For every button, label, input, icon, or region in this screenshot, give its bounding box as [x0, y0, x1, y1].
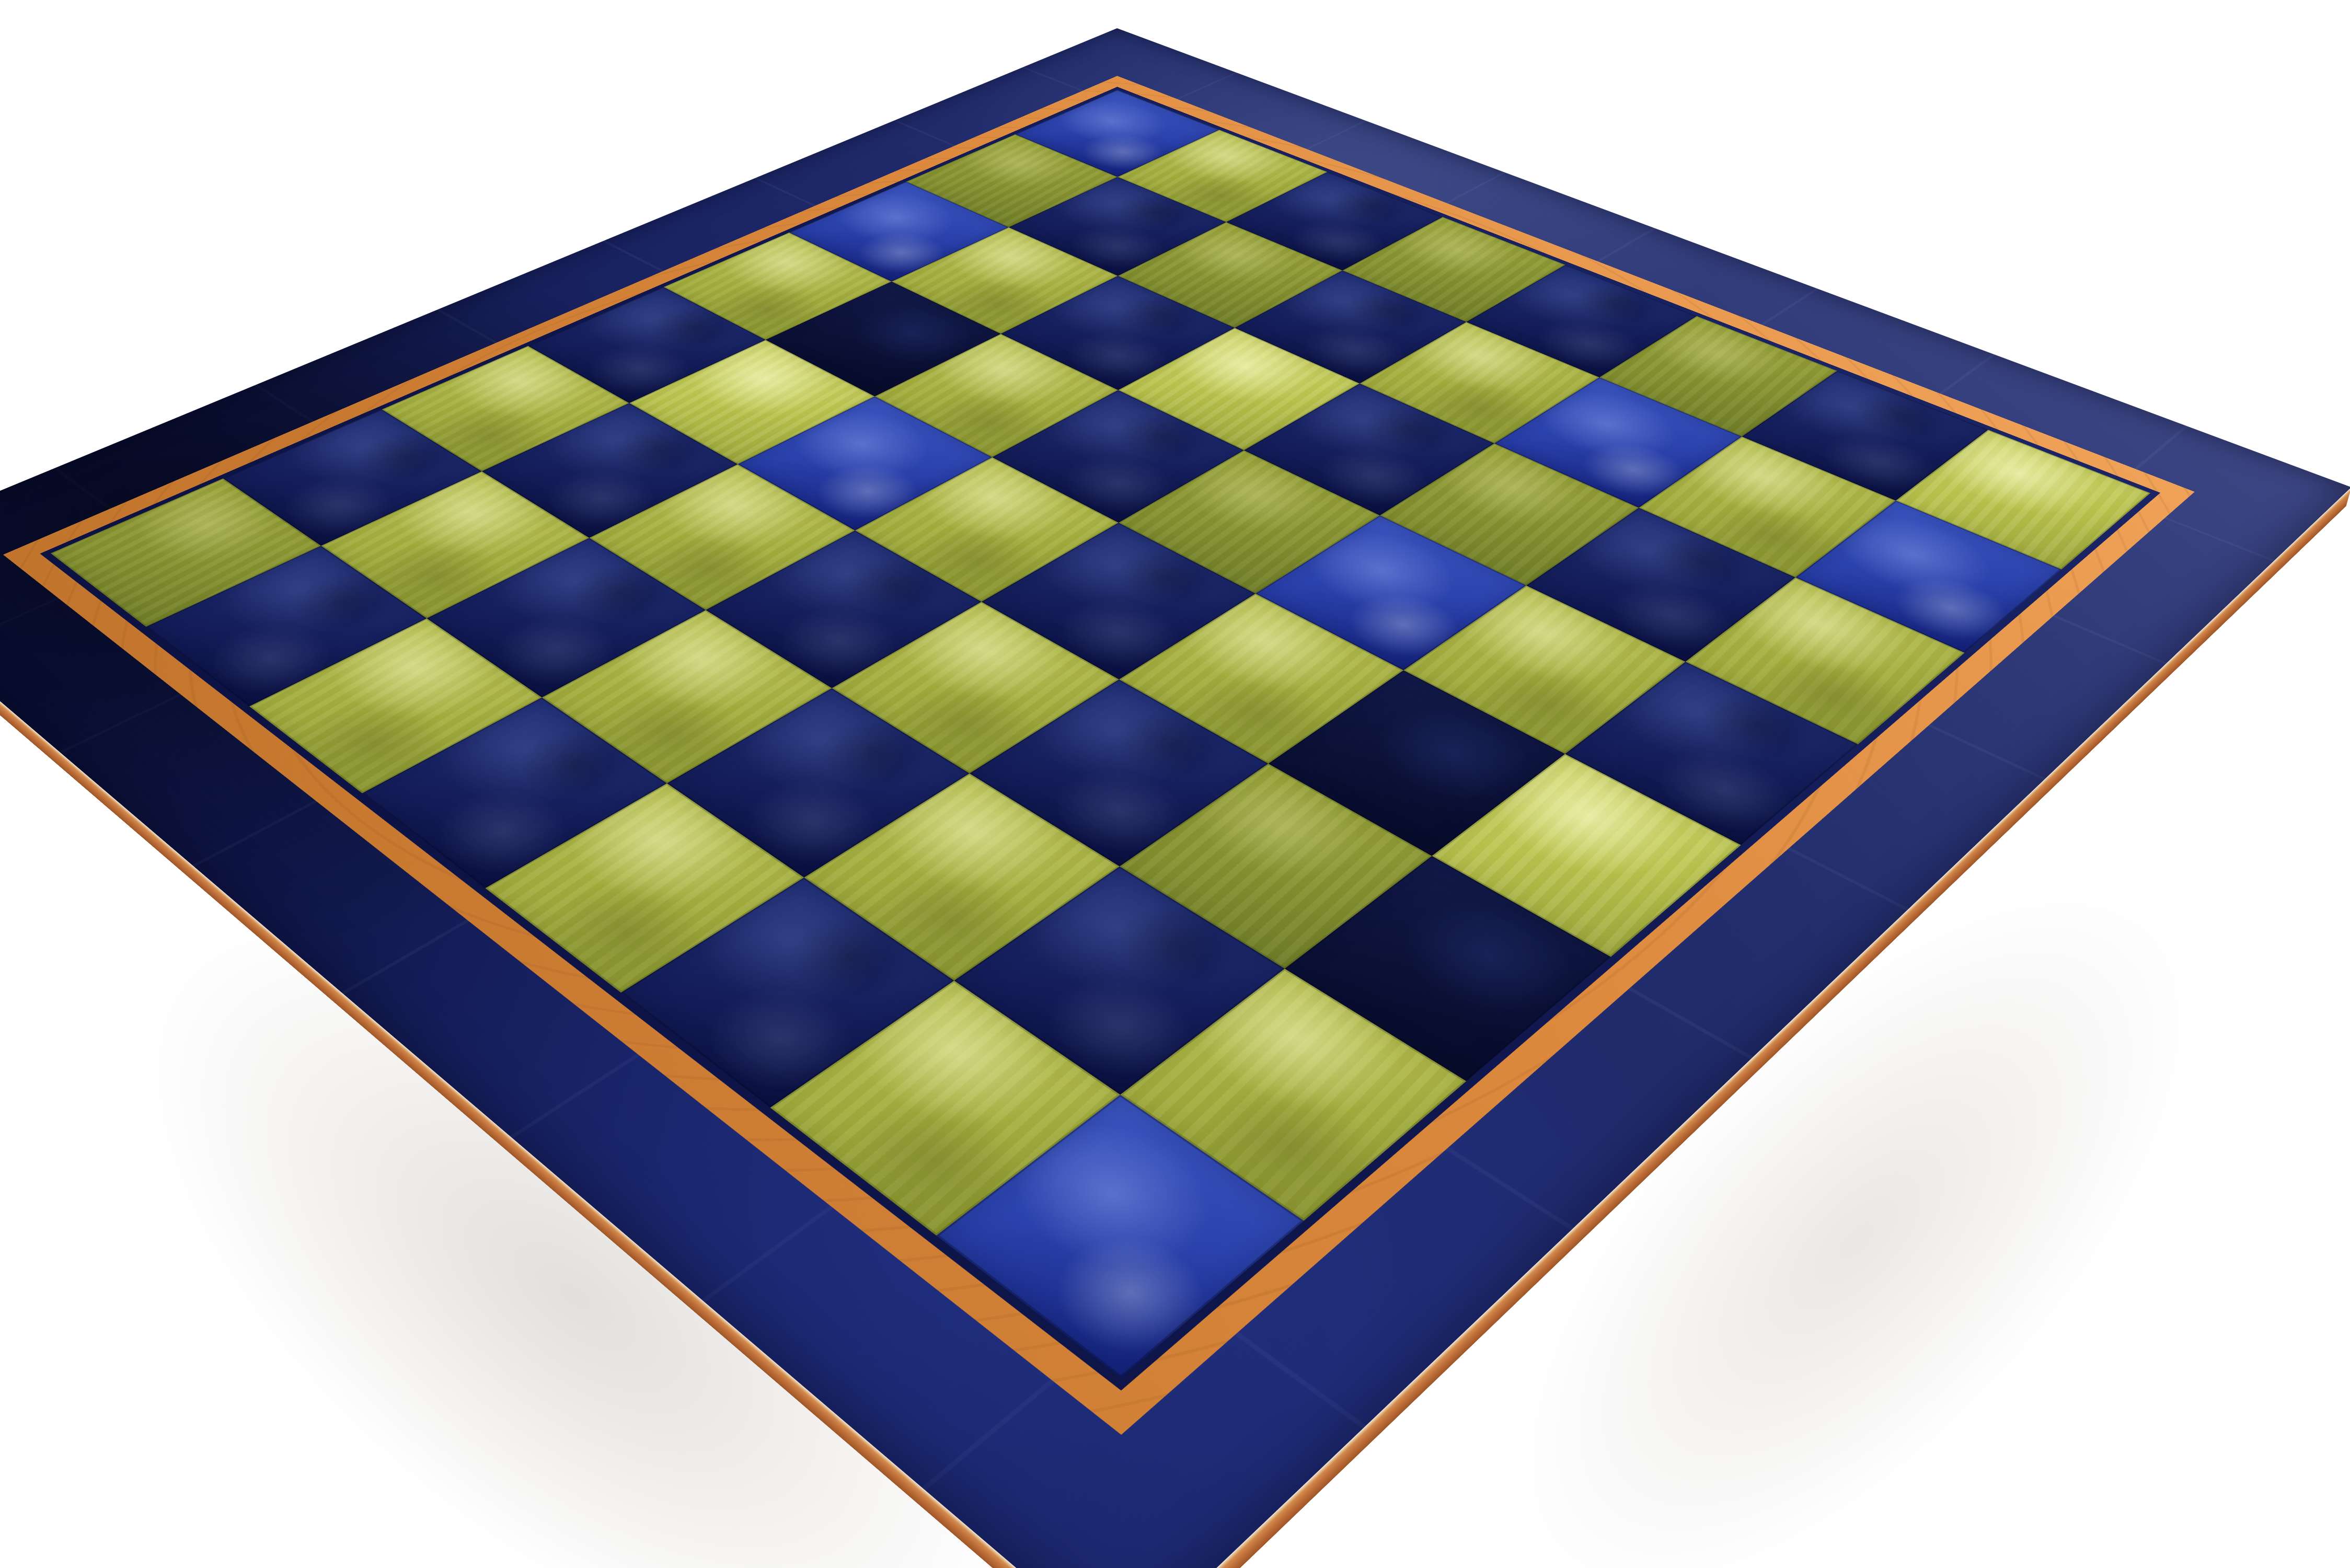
square-a4[interactable]: [1432, 754, 1741, 956]
square-c3[interactable]: [969, 679, 1268, 866]
square-e3[interactable]: [706, 530, 982, 688]
square-a6[interactable]: [1685, 578, 1964, 744]
square-b1[interactable]: [770, 981, 1121, 1236]
square-g1[interactable]: [146, 546, 427, 707]
square-c4[interactable]: [1119, 593, 1403, 763]
square-f1[interactable]: [249, 618, 542, 793]
square-b3[interactable]: [1120, 764, 1432, 969]
square-b6[interactable]: [1526, 508, 1795, 661]
square-c1[interactable]: [621, 877, 954, 1108]
square-e1[interactable]: [362, 697, 667, 888]
square-c5[interactable]: [1255, 515, 1527, 671]
square-d1[interactable]: [485, 783, 804, 992]
square-b4[interactable]: [1269, 670, 1565, 856]
square-a2[interactable]: [1120, 969, 1466, 1220]
square-d4[interactable]: [982, 523, 1255, 679]
board-top-face: [0, 28, 2350, 1568]
square-b5[interactable]: [1403, 585, 1685, 754]
square-f2[interactable]: [427, 538, 706, 697]
square-a5[interactable]: [1565, 662, 1858, 845]
square-e2[interactable]: [542, 610, 832, 783]
square-d2[interactable]: [667, 688, 969, 878]
square-d3[interactable]: [832, 602, 1119, 773]
square-b2[interactable]: [954, 867, 1284, 1094]
square-c2[interactable]: [804, 774, 1120, 981]
board-scene: [0, 0, 2350, 1568]
checkerboard-grid: [51, 90, 2150, 1378]
square-a1[interactable]: [936, 1094, 1304, 1378]
square-a7[interactable]: [1795, 500, 2062, 653]
chessboard: [0, 28, 2350, 1568]
photo-background: [0, 0, 2350, 1568]
square-a3[interactable]: [1284, 856, 1611, 1081]
